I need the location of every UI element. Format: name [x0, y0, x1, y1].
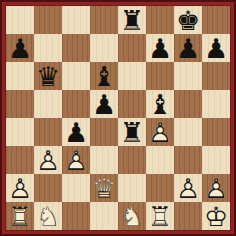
square-d8[interactable] — [90, 6, 118, 34]
square-d7[interactable] — [90, 34, 118, 62]
chess-board: ♜♚♟♟♟♟♛♝♟♝♟♜♟♙♟♙♟♙♟♙♛♕♟♙♟♙♜♖♞♘♞♘♜♖♚♔ — [6, 6, 230, 230]
piece-white-queen-outline: ♕ — [90, 174, 118, 202]
piece-black-pawn[interactable]: ♟ — [6, 34, 34, 62]
square-d1[interactable] — [90, 202, 118, 230]
piece-white-knight[interactable]: ♞ — [118, 202, 146, 230]
square-b3[interactable]: ♟♙ — [34, 146, 62, 174]
piece-white-pawn-outline: ♙ — [146, 118, 174, 146]
piece-black-rook[interactable]: ♜ — [118, 6, 146, 34]
square-h6[interactable] — [202, 62, 230, 90]
square-b6[interactable]: ♛ — [34, 62, 62, 90]
piece-white-pawn[interactable]: ♟ — [174, 174, 202, 202]
square-a2[interactable]: ♟♙ — [6, 174, 34, 202]
square-f3[interactable] — [146, 146, 174, 174]
square-a5[interactable] — [6, 90, 34, 118]
square-a4[interactable] — [6, 118, 34, 146]
square-g4[interactable] — [174, 118, 202, 146]
piece-black-pawn[interactable]: ♟ — [146, 34, 174, 62]
piece-black-bishop[interactable]: ♝ — [90, 62, 118, 90]
square-h1[interactable]: ♚♔ — [202, 202, 230, 230]
piece-white-rook[interactable]: ♜ — [6, 202, 34, 230]
piece-white-queen[interactable]: ♛ — [90, 174, 118, 202]
square-f7[interactable]: ♟ — [146, 34, 174, 62]
square-g6[interactable] — [174, 62, 202, 90]
square-d4[interactable] — [90, 118, 118, 146]
square-f4[interactable]: ♟♙ — [146, 118, 174, 146]
square-a1[interactable]: ♜♖ — [6, 202, 34, 230]
piece-white-pawn-outline: ♙ — [6, 174, 34, 202]
piece-white-rook-outline: ♖ — [6, 202, 34, 230]
piece-white-king[interactable]: ♚ — [202, 202, 230, 230]
square-e3[interactable] — [118, 146, 146, 174]
square-e8[interactable]: ♜ — [118, 6, 146, 34]
square-g3[interactable] — [174, 146, 202, 174]
square-h7[interactable]: ♟ — [202, 34, 230, 62]
square-d3[interactable] — [90, 146, 118, 174]
square-g2[interactable]: ♟♙ — [174, 174, 202, 202]
square-c5[interactable] — [62, 90, 90, 118]
piece-black-bishop[interactable]: ♝ — [146, 90, 174, 118]
square-c7[interactable] — [62, 34, 90, 62]
piece-white-pawn[interactable]: ♟ — [202, 174, 230, 202]
square-c6[interactable] — [62, 62, 90, 90]
piece-black-pawn[interactable]: ♟ — [90, 90, 118, 118]
square-b1[interactable]: ♞♘ — [34, 202, 62, 230]
square-h5[interactable] — [202, 90, 230, 118]
square-c3[interactable]: ♟♙ — [62, 146, 90, 174]
square-e4[interactable]: ♜ — [118, 118, 146, 146]
square-f1[interactable]: ♜♖ — [146, 202, 174, 230]
square-a8[interactable] — [6, 6, 34, 34]
piece-black-queen[interactable]: ♛ — [34, 62, 62, 90]
square-a7[interactable]: ♟ — [6, 34, 34, 62]
square-c8[interactable] — [62, 6, 90, 34]
piece-black-king[interactable]: ♚ — [174, 6, 202, 34]
square-b5[interactable] — [34, 90, 62, 118]
piece-white-pawn[interactable]: ♟ — [62, 146, 90, 174]
square-e7[interactable] — [118, 34, 146, 62]
piece-white-rook-outline: ♖ — [146, 202, 174, 230]
piece-white-pawn-outline: ♙ — [62, 146, 90, 174]
square-e2[interactable] — [118, 174, 146, 202]
square-e5[interactable] — [118, 90, 146, 118]
piece-white-knight[interactable]: ♞ — [34, 202, 62, 230]
piece-white-king-outline: ♔ — [202, 202, 230, 230]
square-c1[interactable] — [62, 202, 90, 230]
square-c4[interactable]: ♟ — [62, 118, 90, 146]
square-f8[interactable] — [146, 6, 174, 34]
square-d2[interactable]: ♛♕ — [90, 174, 118, 202]
piece-white-pawn[interactable]: ♟ — [34, 146, 62, 174]
square-d5[interactable]: ♟ — [90, 90, 118, 118]
piece-black-pawn[interactable]: ♟ — [62, 118, 90, 146]
square-f6[interactable] — [146, 62, 174, 90]
square-e1[interactable]: ♞♘ — [118, 202, 146, 230]
square-b7[interactable] — [34, 34, 62, 62]
square-f2[interactable] — [146, 174, 174, 202]
board-frame: ♜♚♟♟♟♟♛♝♟♝♟♜♟♙♟♙♟♙♟♙♛♕♟♙♟♙♜♖♞♘♞♘♜♖♚♔ — [0, 0, 236, 236]
square-e6[interactable] — [118, 62, 146, 90]
square-h8[interactable] — [202, 6, 230, 34]
square-g8[interactable]: ♚ — [174, 6, 202, 34]
square-b2[interactable] — [34, 174, 62, 202]
piece-white-pawn-outline: ♙ — [34, 146, 62, 174]
piece-white-pawn[interactable]: ♟ — [146, 118, 174, 146]
piece-black-pawn[interactable]: ♟ — [174, 34, 202, 62]
square-a3[interactable] — [6, 146, 34, 174]
piece-white-knight-outline: ♘ — [118, 202, 146, 230]
square-h2[interactable]: ♟♙ — [202, 174, 230, 202]
square-b8[interactable] — [34, 6, 62, 34]
piece-white-knight-outline: ♘ — [34, 202, 62, 230]
piece-white-pawn-outline: ♙ — [174, 174, 202, 202]
piece-black-pawn[interactable]: ♟ — [202, 34, 230, 62]
square-f5[interactable]: ♝ — [146, 90, 174, 118]
piece-white-rook[interactable]: ♜ — [146, 202, 174, 230]
square-g5[interactable] — [174, 90, 202, 118]
piece-white-pawn-outline: ♙ — [202, 174, 230, 202]
square-h4[interactable] — [202, 118, 230, 146]
square-c2[interactable] — [62, 174, 90, 202]
square-h3[interactable] — [202, 146, 230, 174]
square-d6[interactable]: ♝ — [90, 62, 118, 90]
square-g7[interactable]: ♟ — [174, 34, 202, 62]
square-g1[interactable] — [174, 202, 202, 230]
square-a6[interactable] — [6, 62, 34, 90]
piece-black-rook[interactable]: ♜ — [118, 118, 146, 146]
piece-white-pawn[interactable]: ♟ — [6, 174, 34, 202]
square-b4[interactable] — [34, 118, 62, 146]
